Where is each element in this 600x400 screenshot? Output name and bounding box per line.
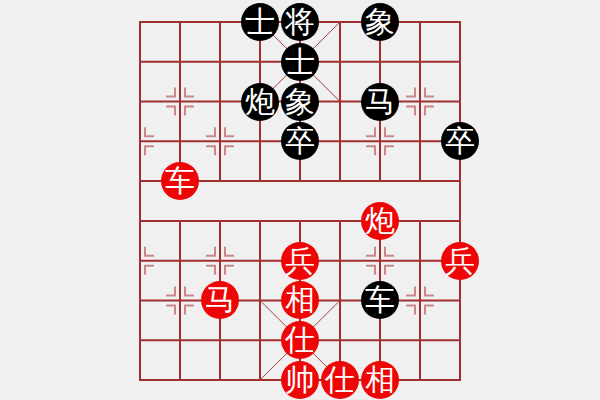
- piece-red-相[interactable]: 相: [361, 361, 399, 399]
- piece-red-仕[interactable]: 仕: [321, 361, 359, 399]
- piece-black-卒[interactable]: 卒: [281, 122, 319, 160]
- piece-black-炮[interactable]: 炮: [241, 83, 279, 121]
- piece-black-卒[interactable]: 卒: [441, 122, 479, 160]
- xiangqi-board: 士将象士炮象马卒卒车炮兵兵马相车仕帅仕相: [0, 0, 600, 400]
- piece-black-马[interactable]: 马: [361, 83, 399, 121]
- piece-red-马[interactable]: 马: [201, 281, 239, 319]
- piece-red-兵[interactable]: 兵: [281, 242, 319, 280]
- piece-black-将[interactable]: 将: [281, 3, 319, 41]
- pieces-layer: 士将象士炮象马卒卒车炮兵兵马相车仕帅仕相: [0, 0, 600, 400]
- piece-black-士[interactable]: 士: [281, 43, 319, 81]
- piece-red-车[interactable]: 车: [161, 162, 199, 200]
- piece-black-象[interactable]: 象: [281, 83, 319, 121]
- piece-red-相[interactable]: 相: [281, 281, 319, 319]
- piece-red-帅[interactable]: 帅: [281, 361, 319, 399]
- piece-red-仕[interactable]: 仕: [281, 321, 319, 359]
- piece-black-象[interactable]: 象: [361, 3, 399, 41]
- piece-red-兵[interactable]: 兵: [441, 242, 479, 280]
- piece-red-炮[interactable]: 炮: [361, 202, 399, 240]
- piece-black-车[interactable]: 车: [361, 281, 399, 319]
- piece-black-士[interactable]: 士: [241, 3, 279, 41]
